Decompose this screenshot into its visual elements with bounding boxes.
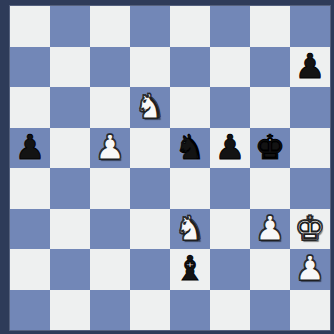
square-c3[interactable] — [90, 209, 130, 250]
square-g8[interactable] — [250, 6, 290, 47]
square-a2[interactable] — [10, 249, 50, 290]
square-b7[interactable] — [50, 47, 90, 88]
white-knight[interactable]: ♞ — [135, 87, 165, 126]
square-h3[interactable]: ♚ — [290, 209, 330, 250]
square-e4[interactable] — [170, 168, 210, 209]
square-d4[interactable] — [130, 168, 170, 209]
square-b1[interactable] — [50, 290, 90, 331]
white-pawn[interactable]: ♟ — [95, 128, 125, 167]
square-c7[interactable] — [90, 47, 130, 88]
square-d2[interactable] — [130, 249, 170, 290]
square-d1[interactable] — [130, 290, 170, 331]
square-h6[interactable] — [290, 87, 330, 128]
square-a5[interactable]: ♟ — [10, 128, 50, 169]
square-c5[interactable]: ♟ — [90, 128, 130, 169]
square-a8[interactable] — [10, 6, 50, 47]
square-d6[interactable]: ♞ — [130, 87, 170, 128]
white-knight[interactable]: ♞ — [175, 209, 205, 248]
square-f2[interactable] — [210, 249, 250, 290]
white-pawn[interactable]: ♟ — [255, 209, 285, 248]
square-a3[interactable] — [10, 209, 50, 250]
black-king[interactable]: ♚ — [255, 128, 285, 167]
square-g7[interactable] — [250, 47, 290, 88]
square-c1[interactable] — [90, 290, 130, 331]
square-b5[interactable] — [50, 128, 90, 169]
square-f6[interactable] — [210, 87, 250, 128]
square-e8[interactable] — [170, 6, 210, 47]
white-pawn[interactable]: ♟ — [295, 249, 325, 288]
black-pawn[interactable]: ♟ — [295, 47, 325, 86]
square-g2[interactable] — [250, 249, 290, 290]
black-knight[interactable]: ♞ — [175, 128, 205, 167]
square-h1[interactable] — [290, 290, 330, 331]
square-e5[interactable]: ♞ — [170, 128, 210, 169]
square-f1[interactable] — [210, 290, 250, 331]
square-a1[interactable] — [10, 290, 50, 331]
square-h4[interactable] — [290, 168, 330, 209]
square-b4[interactable] — [50, 168, 90, 209]
square-e7[interactable] — [170, 47, 210, 88]
square-f5[interactable]: ♟ — [210, 128, 250, 169]
square-f8[interactable] — [210, 6, 250, 47]
square-a7[interactable] — [10, 47, 50, 88]
square-g1[interactable] — [250, 290, 290, 331]
square-b3[interactable] — [50, 209, 90, 250]
black-pawn[interactable]: ♟ — [15, 128, 45, 167]
square-c8[interactable] — [90, 6, 130, 47]
square-b6[interactable] — [50, 87, 90, 128]
white-king[interactable]: ♚ — [295, 209, 325, 248]
square-e6[interactable] — [170, 87, 210, 128]
square-b2[interactable] — [50, 249, 90, 290]
square-d7[interactable] — [130, 47, 170, 88]
square-e1[interactable] — [170, 290, 210, 331]
square-e3[interactable]: ♞ — [170, 209, 210, 250]
square-e2[interactable]: ♝ — [170, 249, 210, 290]
chess-board-frame: ♟♞♟♟♞♟♚♞♟♚♝♟ — [0, 0, 334, 334]
square-h7[interactable]: ♟ — [290, 47, 330, 88]
square-a4[interactable] — [10, 168, 50, 209]
square-g4[interactable] — [250, 168, 290, 209]
square-a6[interactable] — [10, 87, 50, 128]
square-f3[interactable] — [210, 209, 250, 250]
square-c4[interactable] — [90, 168, 130, 209]
square-f7[interactable] — [210, 47, 250, 88]
square-d3[interactable] — [130, 209, 170, 250]
square-g6[interactable] — [250, 87, 290, 128]
black-bishop[interactable]: ♝ — [175, 249, 205, 288]
square-c2[interactable] — [90, 249, 130, 290]
square-h5[interactable] — [290, 128, 330, 169]
square-d5[interactable] — [130, 128, 170, 169]
square-b8[interactable] — [50, 6, 90, 47]
square-h8[interactable] — [290, 6, 330, 47]
square-c6[interactable] — [90, 87, 130, 128]
chess-board: ♟♞♟♟♞♟♚♞♟♚♝♟ — [10, 6, 330, 330]
square-g5[interactable]: ♚ — [250, 128, 290, 169]
square-g3[interactable]: ♟ — [250, 209, 290, 250]
square-d8[interactable] — [130, 6, 170, 47]
square-f4[interactable] — [210, 168, 250, 209]
square-h2[interactable]: ♟ — [290, 249, 330, 290]
black-pawn[interactable]: ♟ — [215, 128, 245, 167]
